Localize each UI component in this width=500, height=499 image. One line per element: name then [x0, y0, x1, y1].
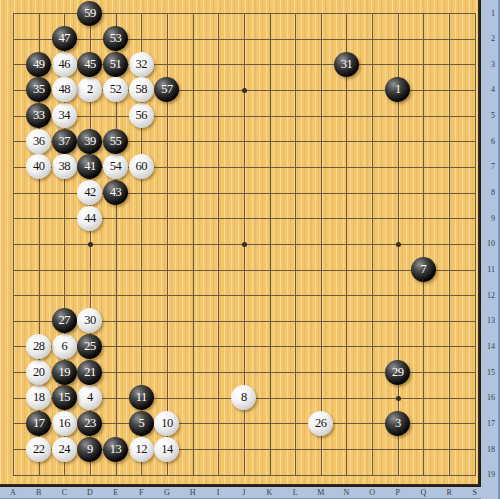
- stone-black-35[interactable]: 35: [26, 77, 51, 102]
- stone-white-40[interactable]: 40: [26, 154, 51, 179]
- stone-white-24[interactable]: 24: [52, 437, 77, 462]
- go-board[interactable]: 1234567891011121314151617181920212223242…: [0, 0, 478, 484]
- stone-white-18[interactable]: 18: [26, 385, 51, 410]
- move-number: 25: [84, 339, 96, 354]
- stone-black-15[interactable]: 15: [52, 385, 77, 410]
- move-number: 19: [59, 365, 71, 380]
- stone-black-43[interactable]: 43: [103, 180, 128, 205]
- move-number: 26: [315, 416, 327, 431]
- grid-line-vertical: [270, 13, 271, 476]
- column-label: M: [314, 488, 328, 497]
- row-label: 9: [491, 214, 495, 223]
- move-number: 39: [84, 134, 96, 149]
- move-number: 56: [136, 108, 148, 123]
- stone-white-54[interactable]: 54: [103, 154, 128, 179]
- stone-black-47[interactable]: 47: [52, 26, 77, 51]
- move-number: 43: [110, 185, 122, 200]
- grid-line-vertical: [423, 13, 424, 476]
- grid-line-vertical: [321, 13, 322, 476]
- move-number: 60: [136, 159, 148, 174]
- stone-white-22[interactable]: 22: [26, 437, 51, 462]
- move-number: 10: [161, 416, 173, 431]
- stone-white-60[interactable]: 60: [129, 154, 154, 179]
- stone-white-56[interactable]: 56: [129, 103, 154, 128]
- stone-white-42[interactable]: 42: [77, 180, 102, 205]
- stone-black-53[interactable]: 53: [103, 26, 128, 51]
- move-number: 24: [59, 442, 71, 457]
- row-label: 1: [491, 9, 495, 18]
- move-number: 13: [110, 442, 122, 457]
- grid-line-vertical: [295, 13, 296, 476]
- column-label: F: [134, 488, 148, 497]
- move-number: 48: [59, 82, 71, 97]
- stone-black-57[interactable]: 57: [154, 77, 179, 102]
- column-label: D: [83, 488, 97, 497]
- move-number: 8: [241, 390, 247, 405]
- move-number: 12: [136, 442, 148, 457]
- move-number: 22: [33, 442, 45, 457]
- move-number: 31: [341, 57, 353, 72]
- column-label: B: [32, 488, 46, 497]
- move-number: 54: [110, 159, 122, 174]
- row-label: 7: [491, 162, 495, 171]
- stone-black-27[interactable]: 27: [52, 308, 77, 333]
- stone-white-30[interactable]: 30: [77, 308, 102, 333]
- move-number: 59: [84, 6, 96, 21]
- stone-black-25[interactable]: 25: [77, 334, 102, 359]
- stone-black-1[interactable]: 1: [385, 77, 410, 102]
- row-label: 6: [491, 137, 495, 146]
- stone-black-37[interactable]: 37: [52, 129, 77, 154]
- move-number: 16: [59, 416, 71, 431]
- move-number: 41: [84, 159, 96, 174]
- move-number: 18: [33, 390, 45, 405]
- stone-white-4[interactable]: 4: [77, 385, 102, 410]
- column-label: G: [160, 488, 174, 497]
- row-label: 4: [491, 85, 495, 94]
- move-number: 23: [84, 416, 96, 431]
- stone-white-52[interactable]: 52: [103, 77, 128, 102]
- stone-white-28[interactable]: 28: [26, 334, 51, 359]
- move-number: 44: [84, 211, 96, 226]
- move-number: 1: [395, 82, 401, 97]
- stone-black-19[interactable]: 19: [52, 360, 77, 385]
- row-label: 17: [487, 419, 495, 428]
- hoshi-point: [396, 396, 401, 401]
- move-number: 36: [33, 134, 45, 149]
- column-label: H: [186, 488, 200, 497]
- stone-white-32[interactable]: 32: [129, 52, 154, 77]
- stone-white-48[interactable]: 48: [52, 77, 77, 102]
- move-number: 32: [136, 57, 148, 72]
- row-label: 15: [487, 368, 495, 377]
- move-number: 34: [59, 108, 71, 123]
- move-number: 57: [161, 82, 173, 97]
- stone-white-10[interactable]: 10: [154, 411, 179, 436]
- stone-white-38[interactable]: 38: [52, 154, 77, 179]
- move-number: 47: [59, 31, 71, 46]
- hoshi-point: [88, 242, 93, 247]
- stone-white-44[interactable]: 44: [77, 206, 102, 231]
- move-number: 51: [110, 57, 122, 72]
- stone-black-7[interactable]: 7: [411, 257, 436, 282]
- column-label: I: [211, 488, 225, 497]
- column-label: R: [442, 488, 456, 497]
- move-number: 53: [110, 31, 122, 46]
- stone-black-11[interactable]: 11: [129, 385, 154, 410]
- row-label: 10: [487, 239, 495, 248]
- hoshi-point: [242, 88, 247, 93]
- move-number: 4: [87, 390, 93, 405]
- row-coordinate-gutter: 12345678910111213141516171819: [481, 0, 500, 499]
- column-label: N: [339, 488, 353, 497]
- column-label: J: [237, 488, 251, 497]
- stone-white-14[interactable]: 14: [154, 437, 179, 462]
- stone-white-2[interactable]: 2: [77, 77, 102, 102]
- stone-white-34[interactable]: 34: [52, 103, 77, 128]
- move-number: 46: [59, 57, 71, 72]
- move-number: 5: [138, 416, 144, 431]
- stone-black-45[interactable]: 45: [77, 52, 102, 77]
- stone-black-49[interactable]: 49: [26, 52, 51, 77]
- move-number: 20: [33, 365, 45, 380]
- row-label: 18: [487, 445, 495, 454]
- hoshi-point: [242, 242, 247, 247]
- stone-black-13[interactable]: 13: [103, 437, 128, 462]
- grid-line-vertical: [475, 13, 476, 476]
- stone-black-17[interactable]: 17: [26, 411, 51, 436]
- stone-black-9[interactable]: 9: [77, 437, 102, 462]
- move-number: 28: [33, 339, 45, 354]
- grid-line-horizontal: [13, 475, 476, 476]
- move-number: 2: [87, 82, 93, 97]
- column-label: L: [288, 488, 302, 497]
- column-coordinate-gutter: ABCDEFGHIJKLMNOPQRS: [0, 487, 481, 499]
- row-label: 3: [491, 60, 495, 69]
- stone-black-33[interactable]: 33: [26, 103, 51, 128]
- column-label: K: [263, 488, 277, 497]
- move-number: 11: [136, 390, 147, 405]
- stone-white-6[interactable]: 6: [52, 334, 77, 359]
- move-number: 15: [59, 390, 71, 405]
- row-label: 19: [487, 470, 495, 479]
- move-number: 6: [61, 339, 67, 354]
- move-number: 3: [395, 416, 401, 431]
- move-number: 14: [161, 442, 173, 457]
- move-number: 55: [110, 134, 122, 149]
- move-number: 30: [84, 313, 96, 328]
- stone-black-31[interactable]: 31: [334, 52, 359, 77]
- stone-white-20[interactable]: 20: [26, 360, 51, 385]
- move-number: 27: [59, 313, 71, 328]
- column-label: S: [468, 488, 482, 497]
- stone-black-51[interactable]: 51: [103, 52, 128, 77]
- column-label: P: [391, 488, 405, 497]
- move-number: 37: [59, 134, 71, 149]
- stone-black-29[interactable]: 29: [385, 360, 410, 385]
- column-label: E: [109, 488, 123, 497]
- grid-line-horizontal: [13, 270, 476, 271]
- stone-black-41[interactable]: 41: [77, 154, 102, 179]
- row-label: 13: [487, 316, 495, 325]
- move-number: 40: [33, 159, 45, 174]
- row-label: 8: [491, 188, 495, 197]
- row-label: 5: [491, 111, 495, 120]
- move-number: 42: [84, 185, 96, 200]
- stone-black-23[interactable]: 23: [77, 411, 102, 436]
- move-number: 17: [33, 416, 45, 431]
- stone-white-46[interactable]: 46: [52, 52, 77, 77]
- stone-white-12[interactable]: 12: [129, 437, 154, 462]
- stone-white-8[interactable]: 8: [231, 385, 256, 410]
- stone-white-16[interactable]: 16: [52, 411, 77, 436]
- stone-black-5[interactable]: 5: [129, 411, 154, 436]
- move-number: 52: [110, 82, 122, 97]
- move-number: 21: [84, 365, 96, 380]
- move-number: 35: [33, 82, 45, 97]
- stone-white-58[interactable]: 58: [129, 77, 154, 102]
- go-game-record-viewer: 1234567891011121314151617181920212223242…: [0, 0, 500, 499]
- row-label: 16: [487, 393, 495, 402]
- stone-black-3[interactable]: 3: [385, 411, 410, 436]
- move-number: 29: [392, 365, 404, 380]
- move-number: 7: [421, 262, 427, 277]
- stone-black-21[interactable]: 21: [77, 360, 102, 385]
- column-label: C: [57, 488, 71, 497]
- stone-black-55[interactable]: 55: [103, 129, 128, 154]
- column-label: O: [365, 488, 379, 497]
- row-label: 11: [487, 265, 495, 274]
- stone-black-59[interactable]: 59: [77, 1, 102, 26]
- row-label: 14: [487, 342, 495, 351]
- stone-white-26[interactable]: 26: [308, 411, 333, 436]
- move-number: 38: [59, 159, 71, 174]
- hoshi-point: [396, 242, 401, 247]
- row-label: 2: [491, 34, 495, 43]
- move-number: 45: [84, 57, 96, 72]
- column-label: A: [6, 488, 20, 497]
- grid-line-vertical: [346, 13, 347, 476]
- stone-black-39[interactable]: 39: [77, 129, 102, 154]
- move-number: 9: [87, 442, 93, 457]
- grid-line-vertical: [372, 13, 373, 476]
- move-number: 49: [33, 57, 45, 72]
- grid-line-horizontal: [13, 295, 476, 296]
- move-number: 33: [33, 108, 45, 123]
- stone-white-36[interactable]: 36: [26, 129, 51, 154]
- row-label: 12: [487, 291, 495, 300]
- column-label: Q: [416, 488, 430, 497]
- grid-line-vertical: [449, 13, 450, 476]
- move-number: 58: [136, 82, 148, 97]
